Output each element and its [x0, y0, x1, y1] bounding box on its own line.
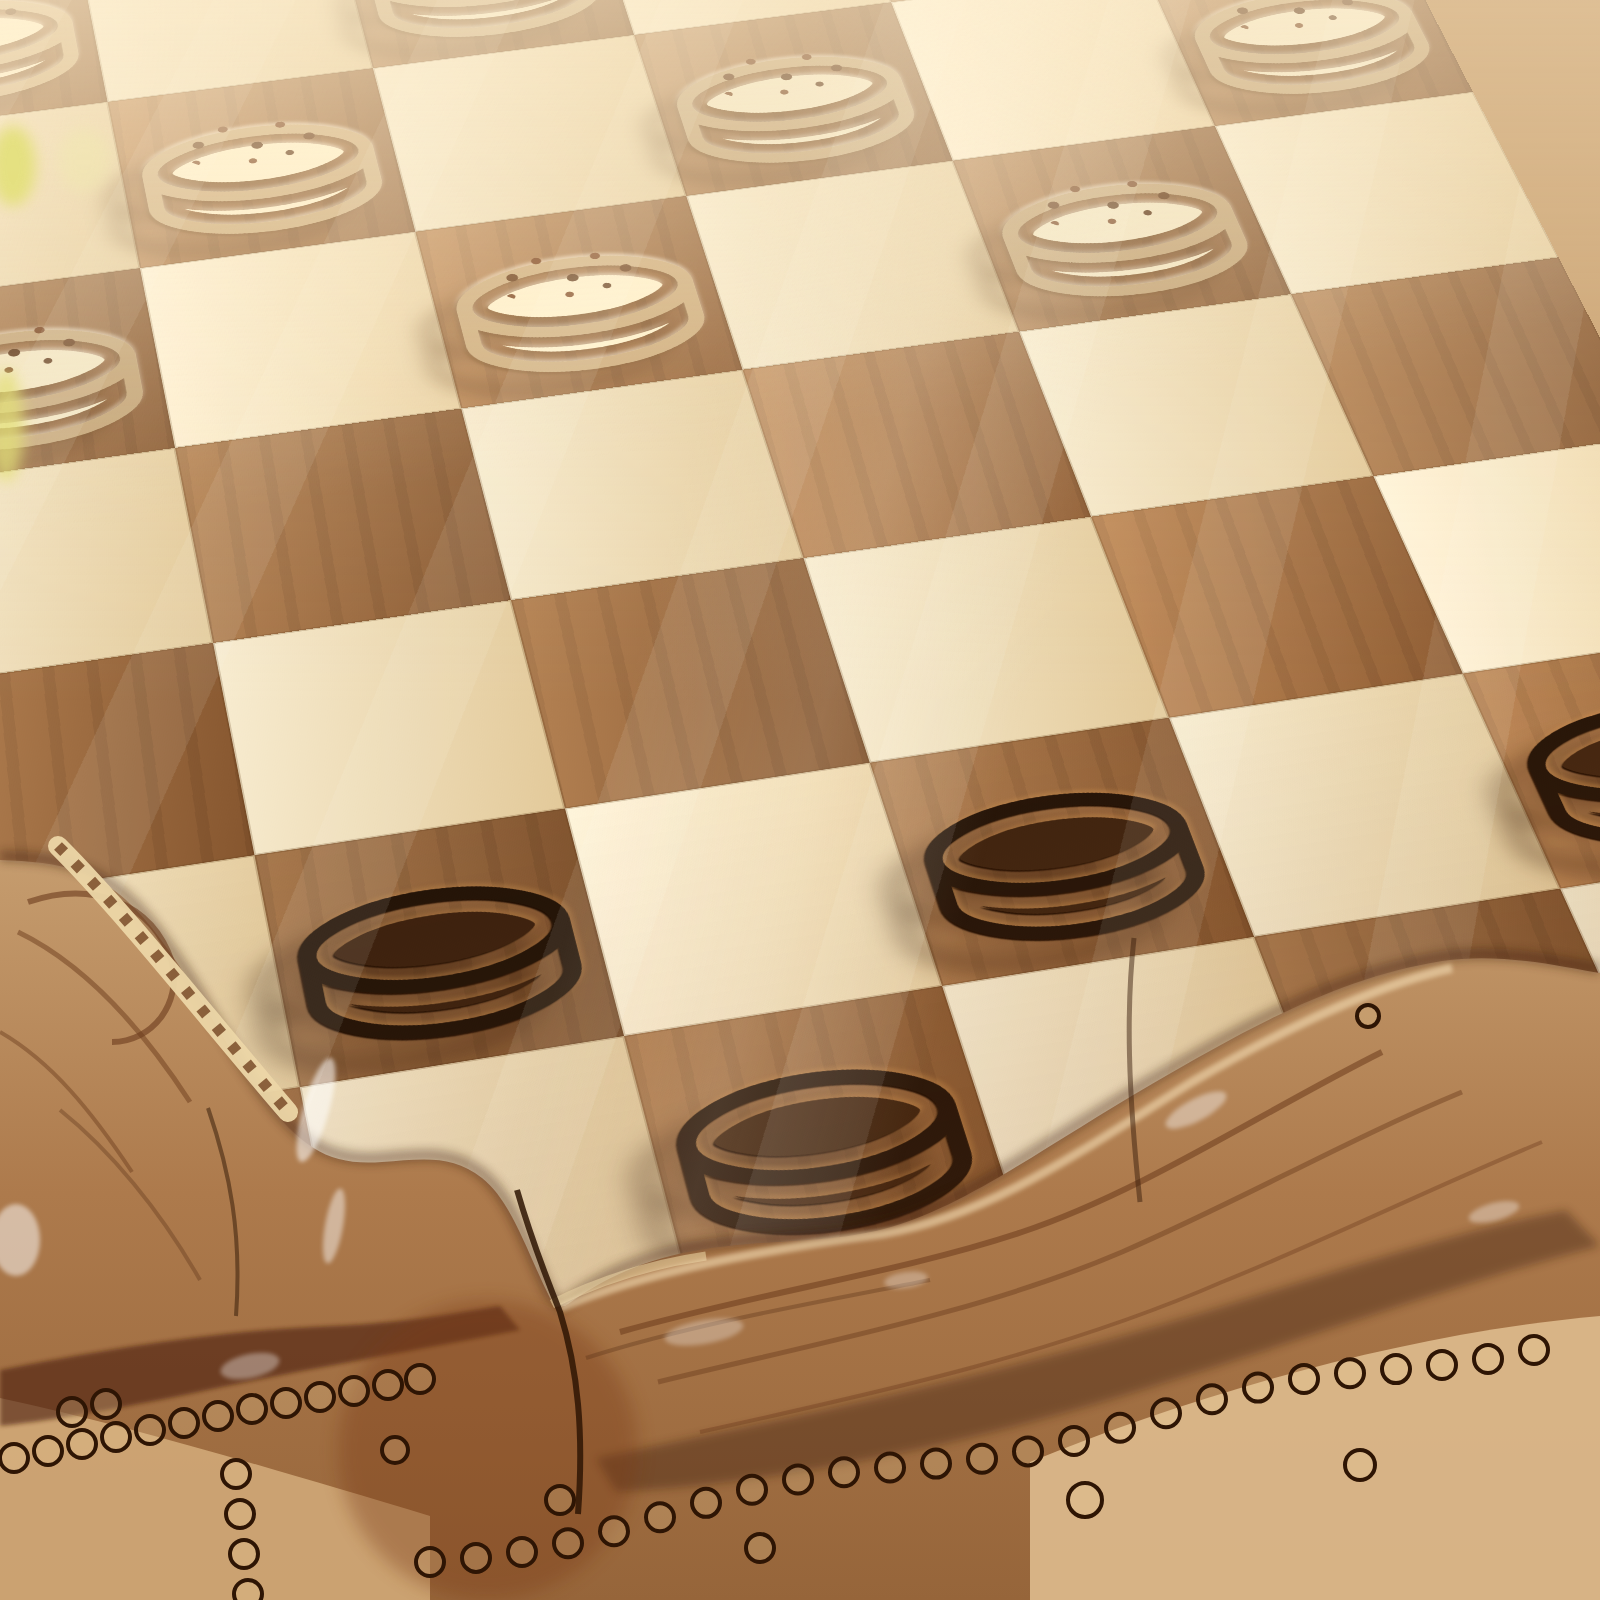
burnt-ring — [58, 1398, 86, 1426]
burnt-ring — [546, 1486, 574, 1514]
burnt-ring — [1474, 1345, 1502, 1373]
burnt-ring — [226, 1500, 254, 1528]
burnt-ring — [462, 1544, 490, 1572]
burnt-ring — [68, 1430, 96, 1458]
burnt-ring — [1244, 1374, 1272, 1402]
burnt-ring — [1336, 1359, 1364, 1387]
burnt-ring — [646, 1503, 674, 1531]
burnt-ring — [272, 1389, 300, 1417]
burnt-ring — [1068, 1483, 1102, 1517]
burnt-ring — [600, 1517, 628, 1545]
burnt-ring — [1198, 1385, 1226, 1413]
burnt-ring — [340, 1377, 368, 1405]
burnt-ring — [0, 1444, 28, 1472]
burnt-ring — [784, 1465, 812, 1493]
burnt-ring — [204, 1402, 232, 1430]
burnt-ring — [374, 1371, 402, 1399]
burnt-ring — [876, 1453, 904, 1481]
burnt-ring — [746, 1534, 774, 1562]
burnt-ring — [1428, 1351, 1456, 1379]
carved-frame — [0, 810, 1600, 1600]
burnt-ring — [170, 1409, 198, 1437]
burnt-ring — [922, 1450, 950, 1478]
burnt-ring — [136, 1416, 164, 1444]
burnt-ring — [554, 1529, 582, 1557]
burnt-ring — [102, 1423, 130, 1451]
burnt-ring — [692, 1489, 720, 1517]
burnt-ring — [234, 1580, 262, 1600]
burnt-ring — [508, 1538, 536, 1566]
burnt-ring — [306, 1383, 334, 1411]
burnt-ring — [1357, 1005, 1379, 1027]
burnt-ring — [1345, 1450, 1375, 1480]
burnt-ring — [738, 1476, 766, 1504]
burnt-ring — [230, 1540, 258, 1568]
burnt-ring — [830, 1458, 858, 1486]
burnt-ring — [1382, 1355, 1410, 1383]
burnt-ring — [406, 1365, 434, 1393]
burnt-ring — [34, 1437, 62, 1465]
burnt-ring — [1060, 1427, 1088, 1455]
burnt-ring — [1152, 1399, 1180, 1427]
burnt-ring — [968, 1445, 996, 1473]
burnt-ring — [92, 1390, 120, 1418]
burnt-ring — [1106, 1414, 1134, 1442]
background-table-glimpse — [58, 128, 110, 192]
burnt-ring — [238, 1395, 266, 1423]
burnt-ring — [222, 1460, 250, 1488]
burnt-ring — [382, 1437, 408, 1463]
burnt-ring — [1290, 1365, 1318, 1393]
burnt-ring — [416, 1548, 444, 1576]
burnt-ring — [1520, 1336, 1548, 1364]
photo-stage: ⛂⛀⛂⛀⛂⛀⛂⛀⛂⛀⛂⛀⛂⛀⛂⛀⛂⛀⛂⛀⛂⛀⛂⛀⛂⛀⛂⛀⛂⛀⛂⛀⛂⛀⛂⛀⛂⛀⛂⛀… — [0, 0, 1600, 1600]
burnt-ring — [1014, 1437, 1042, 1465]
